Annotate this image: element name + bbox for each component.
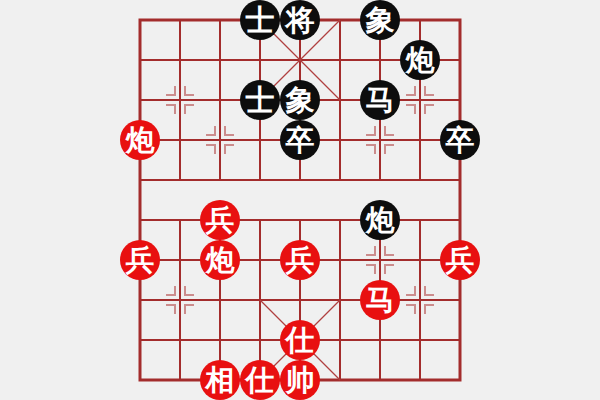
piece-black-king[interactable]: 将 bbox=[280, 0, 320, 40]
piece-red-advisor[interactable]: 仕 bbox=[280, 320, 320, 360]
piece-red-pawn[interactable]: 兵 bbox=[280, 240, 320, 280]
piece-red-elephant[interactable]: 相 bbox=[200, 360, 240, 400]
piece-red-pawn[interactable]: 兵 bbox=[200, 200, 240, 240]
piece-black-cannon[interactable]: 炮 bbox=[360, 200, 400, 240]
piece-black-elephant[interactable]: 象 bbox=[360, 0, 400, 40]
piece-red-pawn[interactable]: 兵 bbox=[120, 240, 160, 280]
piece-black-pawn[interactable]: 卒 bbox=[280, 120, 320, 160]
piece-black-pawn[interactable]: 卒 bbox=[440, 120, 480, 160]
piece-red-advisor[interactable]: 仕 bbox=[240, 360, 280, 400]
xiangqi-board[interactable]: 士将象炮士象马卒卒炮炮兵兵炮兵兵马仕相仕帅 bbox=[0, 0, 600, 400]
piece-red-horse[interactable]: 马 bbox=[360, 280, 400, 320]
piece-red-cannon[interactable]: 炮 bbox=[120, 120, 160, 160]
piece-red-king[interactable]: 帅 bbox=[280, 360, 320, 400]
piece-red-cannon[interactable]: 炮 bbox=[200, 240, 240, 280]
piece-black-elephant[interactable]: 象 bbox=[280, 80, 320, 120]
piece-red-pawn[interactable]: 兵 bbox=[440, 240, 480, 280]
piece-black-cannon[interactable]: 炮 bbox=[400, 40, 440, 80]
piece-black-advisor[interactable]: 士 bbox=[240, 80, 280, 120]
piece-black-horse[interactable]: 马 bbox=[360, 80, 400, 120]
piece-black-advisor[interactable]: 士 bbox=[240, 0, 280, 40]
xiangqi-app: 士将象炮士象马卒卒炮炮兵兵炮兵兵马仕相仕帅 bbox=[0, 0, 600, 400]
